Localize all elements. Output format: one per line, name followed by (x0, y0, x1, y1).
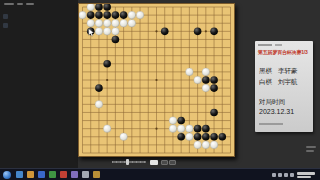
panel-meta-text (259, 123, 283, 125)
black-player-row: 黑棋李轩豪 (259, 67, 298, 76)
stone-white[interactable] (202, 141, 210, 149)
screen: 第五届梦百合杯决赛1/3 黑棋李轩豪 白棋刘宇航 对局时间 2023.12.31 (0, 0, 320, 180)
stone-white[interactable] (95, 101, 103, 109)
stone-black[interactable] (103, 4, 111, 11)
stone-white[interactable] (186, 133, 194, 141)
stone-black[interactable] (218, 133, 226, 141)
nav-next-button[interactable] (169, 160, 176, 165)
taskbar-app-icon[interactable] (38, 171, 45, 178)
game-info-panel: 第五届梦百合杯决赛1/3 黑棋李轩豪 白棋刘宇航 对局时间 2023.12.31 (255, 41, 313, 132)
stone-black[interactable] (95, 11, 103, 19)
white-player-name: 刘宇航 (278, 78, 298, 85)
stone-white[interactable] (186, 68, 194, 76)
title-text-fragment (26, 3, 34, 5)
start-button[interactable] (3, 171, 11, 179)
star-point (155, 79, 157, 81)
stone-white[interactable] (169, 125, 177, 133)
stone-white[interactable] (87, 19, 95, 27)
go-app-window: 第五届梦百合杯决赛1/3 黑棋李轩豪 白棋刘宇航 对局时间 2023.12.31 (0, 0, 320, 168)
star-point (155, 128, 157, 130)
window-title (4, 3, 34, 5)
stone-black[interactable] (95, 84, 103, 92)
stone-white[interactable] (186, 125, 194, 133)
stone-black[interactable] (95, 4, 103, 11)
nav-play-button[interactable] (150, 160, 158, 165)
event-title: 第五届梦百合杯决赛1/3 (258, 50, 311, 56)
stone-black[interactable] (202, 76, 210, 84)
white-label: 白棋 (259, 78, 272, 85)
stone-black[interactable] (202, 125, 210, 133)
status-mini-text (306, 146, 316, 148)
game-date: 2023.12.31 (259, 108, 294, 115)
stone-white[interactable] (87, 4, 95, 11)
stone-black[interactable] (210, 84, 218, 92)
stone-white[interactable] (169, 117, 177, 125)
tray-icon[interactable] (290, 173, 294, 177)
stone-black[interactable] (194, 28, 202, 36)
stone-black[interactable] (103, 60, 111, 68)
white-player-row: 白棋刘宇航 (259, 78, 298, 87)
stone-black[interactable] (112, 36, 120, 44)
stone-white[interactable] (120, 133, 128, 141)
taskbar (0, 168, 320, 180)
stone-white[interactable] (194, 76, 202, 84)
clock-text (297, 172, 315, 175)
move-slider[interactable] (112, 161, 146, 163)
stone-white[interactable] (112, 28, 120, 36)
stone-black[interactable] (202, 133, 210, 141)
stone-white[interactable] (128, 11, 136, 19)
go-board[interactable] (78, 3, 235, 157)
taskbar-app-icon[interactable] (49, 171, 56, 178)
date-text (297, 176, 311, 178)
stone-white[interactable] (103, 28, 111, 36)
star-point (205, 30, 207, 32)
stone-white[interactable] (210, 141, 218, 149)
stone-black[interactable] (177, 133, 185, 141)
panel-meta-text (258, 44, 272, 46)
stone-black[interactable] (87, 11, 95, 19)
stone-white[interactable] (136, 11, 144, 19)
taskbar-app-icon[interactable] (93, 171, 100, 178)
stone-black[interactable] (210, 28, 218, 36)
stone-white[interactable] (128, 19, 136, 27)
stone-black[interactable] (210, 133, 218, 141)
stone-white[interactable] (95, 19, 103, 27)
taskbar-app-icon[interactable] (82, 171, 89, 178)
stone-black[interactable] (194, 125, 202, 133)
taskbar-app-icon[interactable] (71, 171, 78, 178)
stone-white[interactable] (202, 68, 210, 76)
tray-icon[interactable] (272, 173, 276, 177)
stone-white[interactable] (95, 28, 103, 36)
stone-white[interactable] (79, 11, 86, 19)
game-time-label: 对局时间 (259, 98, 285, 107)
taskbar-app-icon[interactable] (27, 171, 34, 178)
stone-black[interactable] (210, 109, 218, 117)
side-tool-icon[interactable] (3, 14, 8, 19)
status-mini-text (306, 150, 314, 152)
stone-black[interactable] (210, 76, 218, 84)
star-point (155, 30, 157, 32)
stone-black[interactable] (103, 11, 111, 19)
tray-icon[interactable] (278, 173, 282, 177)
title-text-fragment (17, 3, 23, 5)
stone-white[interactable] (112, 19, 120, 27)
tray-icon[interactable] (284, 173, 288, 177)
star-point (106, 79, 108, 81)
stone-white[interactable] (202, 84, 210, 92)
stone-white[interactable] (103, 19, 111, 27)
stone-white[interactable] (194, 141, 202, 149)
title-text-fragment (4, 3, 14, 5)
stone-black[interactable] (161, 28, 169, 36)
panel-meta-text (275, 44, 282, 46)
stone-white[interactable] (120, 19, 128, 27)
nav-prev-button[interactable] (161, 160, 168, 165)
stone-black[interactable] (112, 11, 120, 19)
stone-black[interactable] (177, 117, 185, 125)
stone-white[interactable] (103, 125, 111, 133)
stone-black[interactable] (194, 133, 202, 141)
taskbar-app-icon[interactable] (16, 171, 23, 178)
black-player-name: 李轩豪 (278, 67, 298, 74)
stone-black[interactable] (120, 11, 128, 19)
board-stones (79, 4, 226, 149)
side-tool-icon[interactable] (3, 23, 8, 28)
left-dark-area (0, 0, 78, 168)
stone-white[interactable] (177, 125, 185, 133)
black-label: 黑棋 (259, 67, 272, 74)
taskbar-app-icon[interactable] (60, 171, 67, 178)
move-slider-thumb[interactable] (126, 159, 129, 165)
